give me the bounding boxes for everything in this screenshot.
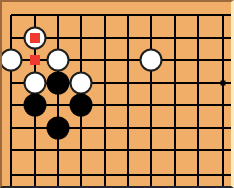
intersection-c7r6 <box>140 117 163 140</box>
intersection-c8r8 <box>163 162 186 188</box>
intersection-c9r4 <box>186 72 209 95</box>
star-point <box>220 80 225 85</box>
intersection-c6r3 <box>116 49 139 72</box>
intersection-c1r1 <box>0 4 23 27</box>
intersection-c3r1 <box>46 4 69 27</box>
intersection-c4r5 <box>70 94 93 117</box>
intersection-c10r7 <box>209 139 234 162</box>
intersection-c5r5 <box>93 94 116 117</box>
intersection-c4r4 <box>70 72 93 95</box>
intersection-c5r3 <box>93 49 116 72</box>
intersection-c5r4 <box>93 72 116 95</box>
intersection-c9r1 <box>186 4 209 27</box>
intersection-c9r8 <box>186 162 209 188</box>
intersection-c10r3 <box>209 49 234 72</box>
intersection-c6r2 <box>116 27 139 50</box>
white-stone <box>23 71 46 94</box>
intersection-c1r5 <box>0 94 23 117</box>
intersection-c3r8 <box>46 162 69 188</box>
intersection-c2r2 <box>23 27 46 50</box>
intersection-c8r1 <box>163 4 186 27</box>
intersection-c2r1 <box>23 4 46 27</box>
intersection-c6r1 <box>116 4 139 27</box>
intersection-c5r7 <box>93 139 116 162</box>
intersection-c8r3 <box>163 49 186 72</box>
intersection-c2r7 <box>23 139 46 162</box>
intersection-c5r8 <box>93 162 116 188</box>
red-square-mark <box>30 55 40 65</box>
intersection-c6r6 <box>116 117 139 140</box>
intersection-c5r2 <box>93 27 116 50</box>
intersection-c7r4 <box>140 72 163 95</box>
intersection-c3r4 <box>46 72 69 95</box>
white-stone <box>47 49 70 72</box>
intersection-c2r6 <box>23 117 46 140</box>
intersection-c4r7 <box>70 139 93 162</box>
black-stone <box>47 71 70 94</box>
board-grid <box>0 4 234 188</box>
intersection-c4r1 <box>70 4 93 27</box>
intersection-c2r4 <box>23 72 46 95</box>
intersection-c1r7 <box>0 139 23 162</box>
intersection-c7r2 <box>140 27 163 50</box>
intersection-c1r2 <box>0 27 23 50</box>
go-board <box>0 0 234 188</box>
intersection-c9r5 <box>186 94 209 117</box>
intersection-c3r5 <box>46 94 69 117</box>
intersection-c9r7 <box>186 139 209 162</box>
intersection-c4r2 <box>70 27 93 50</box>
intersection-c10r8 <box>209 162 234 188</box>
intersection-c7r8 <box>140 162 163 188</box>
intersection-c1r3 <box>0 49 23 72</box>
intersection-c1r8 <box>0 162 23 188</box>
intersection-c8r4 <box>163 72 186 95</box>
intersection-c9r6 <box>186 117 209 140</box>
intersection-c10r6 <box>209 117 234 140</box>
black-stone <box>47 116 70 139</box>
intersection-c1r6 <box>0 117 23 140</box>
intersection-c2r3 <box>23 49 46 72</box>
intersection-c8r2 <box>163 27 186 50</box>
intersection-c3r7 <box>46 139 69 162</box>
intersection-c8r7 <box>163 139 186 162</box>
intersection-c2r5 <box>23 94 46 117</box>
intersection-c3r6 <box>46 117 69 140</box>
red-square-mark <box>30 33 40 43</box>
intersection-c4r3 <box>70 49 93 72</box>
intersection-c4r8 <box>70 162 93 188</box>
intersection-c3r2 <box>46 27 69 50</box>
intersection-c10r5 <box>209 94 234 117</box>
intersection-c5r6 <box>93 117 116 140</box>
intersection-c6r4 <box>116 72 139 95</box>
intersection-c7r7 <box>140 139 163 162</box>
white-stone <box>0 49 23 72</box>
intersection-c5r1 <box>93 4 116 27</box>
intersection-c6r5 <box>116 94 139 117</box>
white-stone <box>140 49 163 72</box>
intersection-c7r5 <box>140 94 163 117</box>
white-stone <box>70 71 93 94</box>
intersection-c8r6 <box>163 117 186 140</box>
intersection-c6r7 <box>116 139 139 162</box>
intersection-c8r5 <box>163 94 186 117</box>
intersection-c9r2 <box>186 27 209 50</box>
intersection-c10r4 <box>209 72 234 95</box>
black-stone <box>23 94 46 117</box>
intersection-c10r1 <box>209 4 234 27</box>
intersection-c7r3 <box>140 49 163 72</box>
intersection-c10r2 <box>209 27 234 50</box>
intersection-c1r4 <box>0 72 23 95</box>
black-stone <box>70 94 93 117</box>
intersection-c6r8 <box>116 162 139 188</box>
intersection-c4r6 <box>70 117 93 140</box>
intersection-c7r1 <box>140 4 163 27</box>
intersection-c3r3 <box>46 49 69 72</box>
intersection-c2r8 <box>23 162 46 188</box>
intersection-c9r3 <box>186 49 209 72</box>
